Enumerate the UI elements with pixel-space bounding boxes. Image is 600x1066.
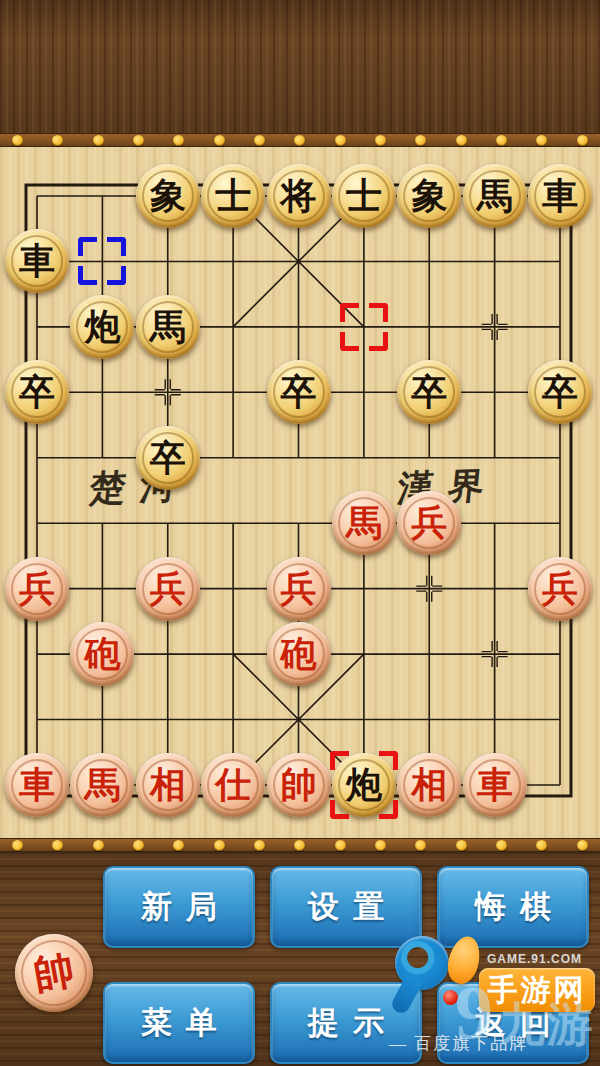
piece-glyph: 卒 bbox=[19, 374, 55, 410]
stud-icon bbox=[254, 840, 265, 851]
piece-glyph: 兵 bbox=[281, 571, 317, 607]
piece-black-horse[interactable]: 馬 bbox=[463, 164, 527, 228]
stud-icon bbox=[496, 840, 507, 851]
logo-site-url: GAME.91.COM bbox=[487, 952, 582, 966]
piece-glyph: 卒 bbox=[411, 374, 447, 410]
piece-black-cannon[interactable]: 炮 bbox=[70, 295, 134, 359]
stud-icon bbox=[173, 840, 184, 851]
stud-icon bbox=[12, 840, 23, 851]
piece-glyph: 炮 bbox=[84, 309, 120, 345]
stud-icon bbox=[375, 840, 386, 851]
piece-red-soldier[interactable]: 兵 bbox=[267, 557, 331, 621]
stud-icon bbox=[214, 840, 225, 851]
piece-red-cannon[interactable]: 砲 bbox=[70, 622, 134, 686]
xiangqi-app-screen: 楚河 漢界 象士将士象馬車車炮馬卒卒卒卒卒馬兵兵兵兵兵砲砲車馬相仕帥炮相車 帥 … bbox=[0, 0, 600, 1066]
stud-icon bbox=[335, 840, 346, 851]
piece-glyph: 車 bbox=[19, 243, 55, 279]
stud-rail-bottom bbox=[0, 838, 600, 852]
piece-glyph: 車 bbox=[542, 178, 578, 214]
piece-red-elephant[interactable]: 相 bbox=[136, 753, 200, 817]
piece-red-advisor[interactable]: 仕 bbox=[201, 753, 265, 817]
piece-black-horse[interactable]: 馬 bbox=[136, 295, 200, 359]
piece-glyph: 兵 bbox=[411, 505, 447, 541]
piece-red-elephant[interactable]: 相 bbox=[397, 753, 461, 817]
piece-red-cannon[interactable]: 砲 bbox=[267, 622, 331, 686]
stud-icon bbox=[52, 840, 63, 851]
wood-frame-top bbox=[0, 0, 600, 133]
piece-glyph: 馬 bbox=[346, 505, 382, 541]
stud-icon bbox=[173, 135, 184, 146]
piece-glyph: 卒 bbox=[542, 374, 578, 410]
piece-glyph: 兵 bbox=[19, 571, 55, 607]
stud-icon bbox=[214, 135, 225, 146]
piece-black-advisor[interactable]: 士 bbox=[201, 164, 265, 228]
piece-red-rook[interactable]: 車 bbox=[5, 753, 69, 817]
stud-icon bbox=[133, 840, 144, 851]
piece-red-rook[interactable]: 車 bbox=[463, 753, 527, 817]
piece-black-cannon[interactable]: 炮 bbox=[332, 753, 396, 817]
piece-black-advisor[interactable]: 士 bbox=[332, 164, 396, 228]
piece-glyph: 馬 bbox=[84, 767, 120, 803]
piece-red-general[interactable]: 帥 bbox=[267, 753, 331, 817]
piece-glyph: 象 bbox=[150, 178, 186, 214]
piece-red-horse[interactable]: 馬 bbox=[332, 491, 396, 555]
piece-glyph: 卒 bbox=[150, 440, 186, 476]
piece-black-soldier[interactable]: 卒 bbox=[267, 360, 331, 424]
menu-button[interactable]: 菜单 bbox=[103, 982, 255, 1064]
piece-black-general[interactable]: 将 bbox=[267, 164, 331, 228]
piece-red-soldier[interactable]: 兵 bbox=[136, 557, 200, 621]
stud-icon bbox=[52, 135, 63, 146]
piece-glyph: 車 bbox=[477, 767, 513, 803]
piece-glyph: 士 bbox=[215, 178, 251, 214]
piece-black-rook[interactable]: 車 bbox=[5, 229, 69, 293]
piece-glyph: 砲 bbox=[84, 636, 120, 672]
stud-icon bbox=[415, 840, 426, 851]
piece-black-soldier[interactable]: 卒 bbox=[136, 426, 200, 490]
stud-rail-top bbox=[0, 133, 600, 147]
logo-tagline: — 百度旗下品牌 bbox=[389, 1032, 528, 1055]
logo-9-icon bbox=[395, 936, 449, 990]
piece-glyph: 車 bbox=[19, 767, 55, 803]
stud-icon bbox=[254, 135, 265, 146]
piece-glyph: 相 bbox=[150, 767, 186, 803]
stud-icon bbox=[456, 135, 467, 146]
decorative-general-glyph: 帥 bbox=[31, 950, 77, 996]
piece-glyph: 将 bbox=[281, 178, 317, 214]
piece-black-elephant[interactable]: 象 bbox=[397, 164, 461, 228]
piece-glyph: 象 bbox=[411, 178, 447, 214]
new-game-button[interactable]: 新局 bbox=[103, 866, 255, 948]
stud-icon bbox=[133, 135, 144, 146]
piece-glyph: 相 bbox=[411, 767, 447, 803]
piece-black-elephant[interactable]: 象 bbox=[136, 164, 200, 228]
piece-glyph: 馬 bbox=[477, 178, 513, 214]
stud-icon bbox=[294, 840, 305, 851]
stud-icon bbox=[375, 135, 386, 146]
piece-glyph: 兵 bbox=[542, 571, 578, 607]
stud-icon bbox=[496, 135, 507, 146]
logo-dot-icon bbox=[443, 990, 458, 1005]
stud-icon bbox=[577, 135, 588, 146]
logo-brand-badge: 手游网 bbox=[479, 968, 595, 1012]
stud-icon bbox=[577, 840, 588, 851]
stud-icon bbox=[12, 135, 23, 146]
91-mobile-games-logo: GAME.91.COM 手游网 — 百度旗下品牌 bbox=[383, 926, 600, 1066]
piece-glyph: 兵 bbox=[150, 571, 186, 607]
piece-red-horse[interactable]: 馬 bbox=[70, 753, 134, 817]
piece-glyph: 帥 bbox=[281, 767, 317, 803]
piece-glyph: 仕 bbox=[215, 767, 251, 803]
stud-icon bbox=[335, 135, 346, 146]
stud-icon bbox=[536, 840, 547, 851]
piece-glyph: 炮 bbox=[346, 767, 382, 803]
stud-icon bbox=[536, 135, 547, 146]
piece-red-soldier[interactable]: 兵 bbox=[528, 557, 592, 621]
piece-glyph: 馬 bbox=[150, 309, 186, 345]
stud-icon bbox=[93, 840, 104, 851]
piece-glyph: 砲 bbox=[281, 636, 317, 672]
piece-red-soldier[interactable]: 兵 bbox=[5, 557, 69, 621]
piece-red-soldier[interactable]: 兵 bbox=[397, 491, 461, 555]
piece-glyph: 士 bbox=[346, 178, 382, 214]
piece-black-soldier[interactable]: 卒 bbox=[528, 360, 592, 424]
piece-black-soldier[interactable]: 卒 bbox=[5, 360, 69, 424]
stud-icon bbox=[415, 135, 426, 146]
stud-icon bbox=[456, 840, 467, 851]
stud-icon bbox=[93, 135, 104, 146]
stud-icon bbox=[294, 135, 305, 146]
piece-glyph: 卒 bbox=[281, 374, 317, 410]
piece-black-rook[interactable]: 車 bbox=[528, 164, 592, 228]
xiangqi-board[interactable]: 楚河 漢界 象士将士象馬車車炮馬卒卒卒卒卒馬兵兵兵兵兵砲砲車馬相仕帥炮相車 bbox=[0, 147, 600, 838]
